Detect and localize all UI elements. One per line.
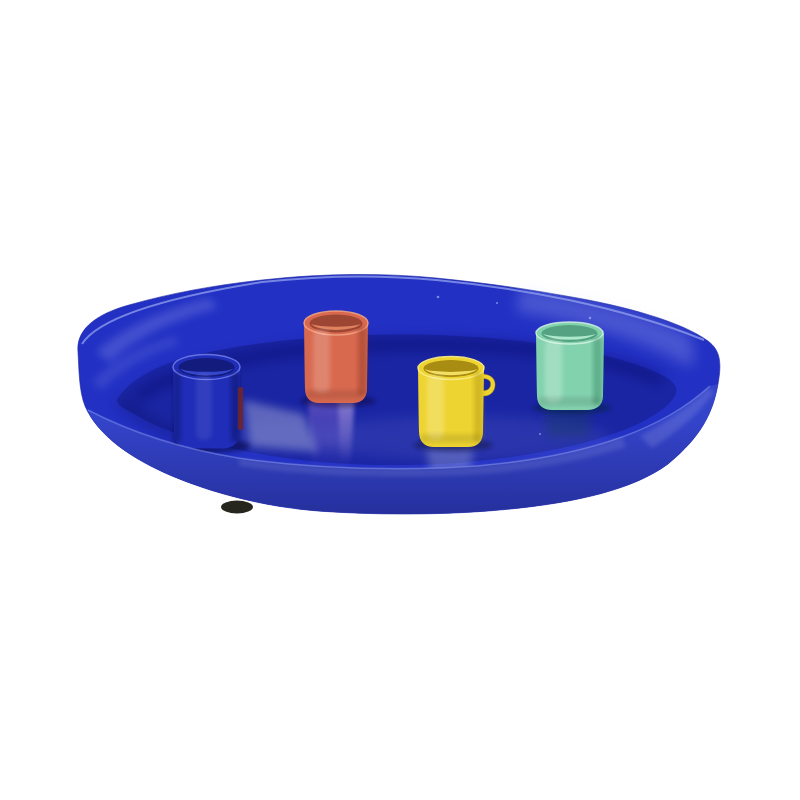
cup-blue-highlight bbox=[196, 374, 212, 440]
speckle bbox=[589, 317, 591, 319]
cup-orange bbox=[300, 311, 376, 408]
speckle bbox=[496, 302, 498, 304]
cup-orange-shade-right bbox=[358, 327, 367, 395]
cup-green-shade-right bbox=[593, 337, 602, 405]
green-cup-reflection bbox=[544, 410, 592, 438]
product-photo bbox=[0, 0, 800, 800]
cup-green bbox=[532, 322, 612, 414]
tray-foot bbox=[221, 501, 253, 514]
cup-blue bbox=[170, 355, 250, 454]
cup-orange-highlight bbox=[313, 329, 330, 393]
speckle bbox=[539, 433, 541, 435]
cup-orange-shade-bottom bbox=[306, 390, 364, 399]
cup-blue-warm-reflection bbox=[238, 387, 243, 430]
cup-green-highlight bbox=[545, 339, 562, 403]
cup-yellow bbox=[413, 357, 495, 452]
cup-yellow-highlight bbox=[427, 374, 444, 440]
photo-canvas bbox=[0, 0, 800, 800]
cup-blue-shade-left bbox=[173, 372, 181, 442]
cup-yellow-shade-bottom bbox=[420, 434, 480, 443]
cup-green-shade-bottom bbox=[538, 397, 600, 406]
speckle bbox=[437, 296, 440, 299]
cup-yellow-shade-right bbox=[474, 372, 483, 442]
